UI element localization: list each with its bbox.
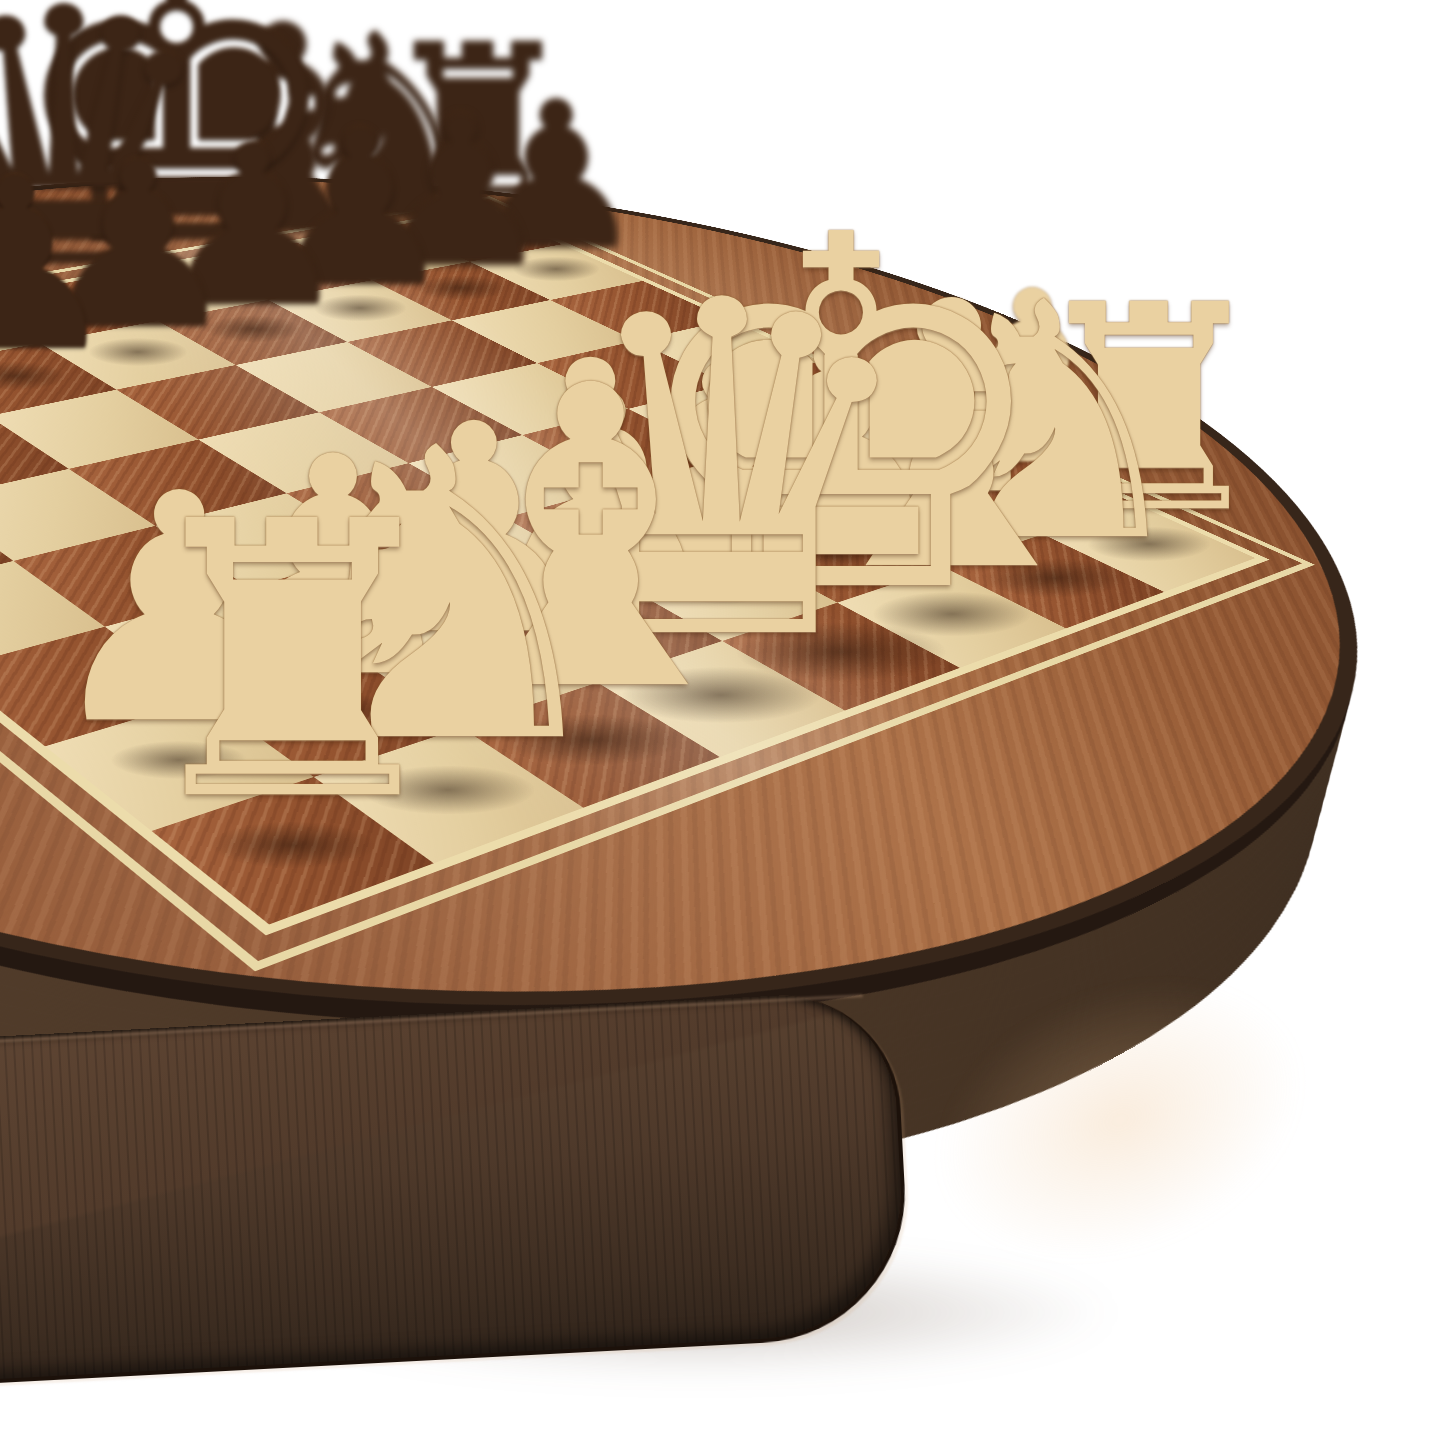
black-pawn-icon: ♟ xyxy=(0,147,121,384)
chess-set-photo: ♜♞♝♛♚♝♞♜♟♟♟♟♟♟♟♟♟♟♟♟♟♟♟♟♜♞♝♛♚♝♞♜ rnbqkbn… xyxy=(0,0,1445,1456)
white-rook-icon: ♜ xyxy=(122,473,463,853)
pieces-layer: ♜♞♝♛♚♝♞♜♟♟♟♟♟♟♟♟♟♟♟♟♟♟♟♟♜♞♝♛♚♝♞♜ xyxy=(0,0,1445,1456)
